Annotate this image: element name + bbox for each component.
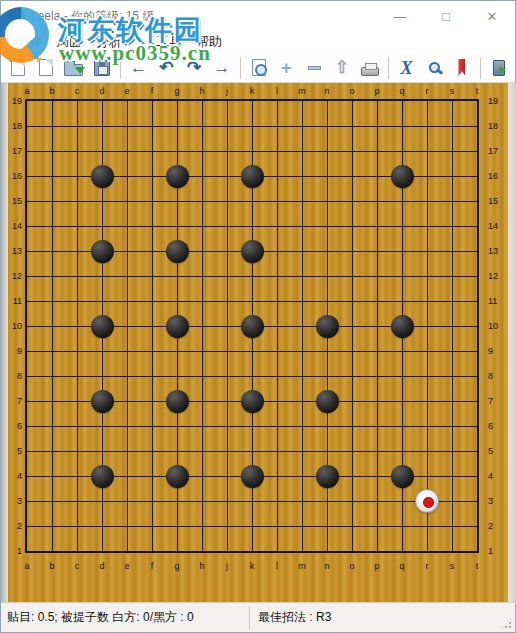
- coord-number-left: 18: [8, 121, 22, 131]
- grid-line-vertical: [377, 101, 378, 551]
- title-bar[interactable]: Leela - 你的等级: 15 级 — □ ✕: [1, 1, 515, 31]
- coord-letter-top: e: [119, 86, 135, 96]
- coord-number-left: 16: [8, 171, 22, 181]
- maximize-icon: □: [442, 9, 450, 24]
- save-sgf-icon: [94, 60, 110, 76]
- coord-number-left: 2: [8, 521, 22, 531]
- zoom-in-icon: +: [281, 59, 292, 77]
- coord-letter-bottom: l: [269, 561, 285, 571]
- toolbar-separator: [240, 57, 241, 79]
- zoom-out-icon: [308, 66, 321, 70]
- exit-icon: [493, 60, 505, 76]
- menu-item-help[interactable]: 帮助: [189, 31, 229, 53]
- window-controls: — □ ✕: [377, 1, 515, 31]
- coord-letter-bottom: p: [369, 561, 385, 571]
- print-button[interactable]: [358, 55, 381, 81]
- black-stone: [166, 165, 189, 188]
- black-stone: [316, 315, 339, 338]
- status-bar: 贴目: 0.5; 被提子数 白方: 0/黑方 : 0 最佳招法 : R3: [1, 602, 515, 632]
- coord-number-right: 19: [484, 96, 502, 106]
- black-stone: [166, 315, 189, 338]
- coord-number-right: 2: [484, 521, 502, 531]
- coord-number-left: 11: [8, 296, 22, 306]
- coord-number-right: 16: [484, 171, 502, 181]
- coord-letter-top: j: [219, 86, 235, 96]
- grid-line-horizontal: [27, 426, 477, 427]
- coord-letter-bottom: b: [44, 561, 60, 571]
- pass-button[interactable]: ⇧: [331, 55, 354, 81]
- coord-number-left: 10: [8, 321, 22, 331]
- black-stone: [91, 465, 114, 488]
- grid-line-horizontal: [27, 376, 477, 377]
- new-handicap-game-button[interactable]: [35, 55, 58, 81]
- coord-letter-bottom: c: [69, 561, 85, 571]
- black-stone: [91, 240, 114, 263]
- coord-number-right: 4: [484, 471, 502, 481]
- coord-letter-top: k: [244, 86, 260, 96]
- new-game-button[interactable]: [7, 55, 30, 81]
- coord-number-left: 9: [8, 346, 22, 356]
- minimize-icon: —: [394, 9, 407, 24]
- coord-letter-top: r: [419, 86, 435, 96]
- window-title: Leela - 你的等级: 15 级: [31, 8, 154, 25]
- coord-number-right: 3: [484, 496, 502, 506]
- coord-number-right: 17: [484, 146, 502, 156]
- menu-item-file[interactable]: 文件: [9, 31, 49, 53]
- toolbar-separator: [480, 57, 481, 79]
- grid-line-horizontal: [27, 351, 477, 352]
- black-stone: [391, 315, 414, 338]
- right-edge-strip: [508, 83, 516, 604]
- coord-letter-bottom: r: [419, 561, 435, 571]
- grid-line-horizontal: [27, 501, 477, 502]
- leela-app-icon: [9, 8, 25, 24]
- left-edge-strip: [1, 83, 8, 604]
- coord-number-left: 6: [8, 421, 22, 431]
- go-board-region: aabbccddeeffgghhjjkkllmmnnooppqqrrsstt19…: [1, 83, 516, 604]
- black-stone: [241, 315, 264, 338]
- coord-letter-bottom: h: [194, 561, 210, 571]
- minimize-button[interactable]: —: [377, 1, 423, 31]
- coord-number-right: 15: [484, 196, 502, 206]
- maximize-button[interactable]: □: [423, 1, 469, 31]
- coord-letter-bottom: d: [94, 561, 110, 571]
- coord-letter-bottom: k: [244, 561, 260, 571]
- grid-line-vertical: [352, 101, 353, 551]
- black-stone: [166, 390, 189, 413]
- black-stone: [391, 465, 414, 488]
- coord-number-left: 19: [8, 96, 22, 106]
- print-icon: [361, 67, 379, 76]
- coord-letter-bottom: j: [219, 561, 235, 571]
- coord-letter-top: a: [19, 86, 35, 96]
- undo-icon: ↶: [159, 59, 173, 76]
- coord-letter-bottom: n: [319, 561, 335, 571]
- resign-button[interactable]: X: [395, 55, 418, 81]
- coord-letter-top: s: [444, 86, 460, 96]
- coord-letter-top: t: [469, 86, 485, 96]
- coord-letter-top: f: [144, 86, 160, 96]
- black-stone: [166, 240, 189, 263]
- coord-number-left: 5: [8, 446, 22, 456]
- go-board[interactable]: aabbccddeeffgghhjjkkllmmnnooppqqrrsstt19…: [8, 83, 508, 604]
- coord-letter-top: q: [394, 86, 410, 96]
- black-stone: [91, 390, 114, 413]
- black-stone: [241, 465, 264, 488]
- coord-number-right: 6: [484, 421, 502, 431]
- black-stone: [241, 165, 264, 188]
- coord-letter-top: o: [344, 86, 360, 96]
- coord-letter-top: p: [369, 86, 385, 96]
- menu-bar: 文件局面分析工具帮助: [1, 31, 515, 53]
- back-to-start-icon: ←: [130, 59, 147, 76]
- open-sgf-icon: [64, 64, 83, 76]
- pass-icon: ⇧: [335, 59, 349, 76]
- coord-number-left: 1: [8, 546, 22, 556]
- coord-letter-top: b: [44, 86, 60, 96]
- zoom-out-button[interactable]: [303, 55, 326, 81]
- coord-number-right: 9: [484, 346, 502, 356]
- coord-letter-top: l: [269, 86, 285, 96]
- coord-number-left: 7: [8, 396, 22, 406]
- close-icon: ✕: [487, 9, 498, 24]
- coord-letter-top: m: [294, 86, 310, 96]
- black-stone: [91, 315, 114, 338]
- coord-number-left: 13: [8, 246, 22, 256]
- coord-number-left: 8: [8, 371, 22, 381]
- toolbar-separator: [388, 57, 389, 79]
- forward-to-end-button[interactable]: →: [210, 55, 233, 81]
- coord-number-left: 14: [8, 221, 22, 231]
- coord-number-right: 11: [484, 296, 502, 306]
- menu-item-position[interactable]: 局面: [49, 31, 89, 53]
- new-game-icon: [11, 59, 25, 76]
- grid-line-vertical: [277, 101, 278, 551]
- coord-number-left: 3: [8, 496, 22, 506]
- undo-button[interactable]: ↶: [155, 55, 178, 81]
- save-sgf-button[interactable]: [90, 55, 113, 81]
- redo-icon: ↷: [187, 59, 201, 76]
- coord-number-right: 1: [484, 546, 502, 556]
- coord-letter-bottom: a: [19, 561, 35, 571]
- settings-button[interactable]: [247, 55, 270, 81]
- status-best-move: 最佳招法 : R3: [250, 609, 515, 626]
- coord-letter-bottom: q: [394, 561, 410, 571]
- coord-number-right: 14: [484, 221, 502, 231]
- back-to-start-button[interactable]: ←: [127, 55, 150, 81]
- coord-number-right: 7: [484, 396, 502, 406]
- black-stone: [316, 465, 339, 488]
- forward-to-end-icon: →: [213, 59, 230, 76]
- suggested-move-marker[interactable]: [415, 489, 439, 513]
- new-handicap-game-icon: [39, 59, 53, 76]
- toolbar-separator: [120, 57, 121, 79]
- open-sgf-button[interactable]: [63, 55, 86, 81]
- grid-line-horizontal: [27, 451, 477, 452]
- coord-letter-bottom: t: [469, 561, 485, 571]
- black-stone: [166, 465, 189, 488]
- exit-button[interactable]: [487, 55, 510, 81]
- coord-letter-bottom: s: [444, 561, 460, 571]
- status-komi-captures: 贴目: 0.5; 被提子数 白方: 0/黑方 : 0: [1, 609, 249, 626]
- menu-item-tools[interactable]: 工具: [149, 31, 189, 53]
- resign-icon: X: [400, 59, 412, 77]
- coord-letter-bottom: o: [344, 561, 360, 571]
- grid-line-vertical: [427, 101, 428, 551]
- coord-number-left: 17: [8, 146, 22, 156]
- analyze-button[interactable]: [423, 55, 446, 81]
- coord-number-left: 4: [8, 471, 22, 481]
- coord-letter-bottom: e: [119, 561, 135, 571]
- coord-number-right: 18: [484, 121, 502, 131]
- coord-number-right: 12: [484, 271, 502, 281]
- settings-icon: [252, 59, 266, 76]
- coord-number-right: 5: [484, 446, 502, 456]
- coord-number-right: 10: [484, 321, 502, 331]
- coord-number-right: 8: [484, 371, 502, 381]
- black-stone: [241, 390, 264, 413]
- bookmark-icon: [458, 59, 465, 76]
- coord-letter-top: h: [194, 86, 210, 96]
- black-stone: [241, 240, 264, 263]
- grid-line-vertical: [302, 101, 303, 551]
- coord-number-left: 15: [8, 196, 22, 206]
- black-stone: [91, 165, 114, 188]
- coord-letter-bottom: f: [144, 561, 160, 571]
- analyze-icon: [429, 62, 440, 73]
- coord-letter-top: n: [319, 86, 335, 96]
- close-button[interactable]: ✕: [469, 1, 515, 31]
- coord-letter-top: d: [94, 86, 110, 96]
- coord-number-left: 12: [8, 271, 22, 281]
- grid-line-vertical: [452, 101, 453, 551]
- grid-line-horizontal: [27, 526, 477, 527]
- toolbar: ←↶↷→+⇧X: [1, 53, 515, 83]
- app-window: Leela - 你的等级: 15 级 — □ ✕ 文件局面分析工具帮助 ←↶↷→…: [0, 0, 516, 633]
- redo-button[interactable]: ↷: [183, 55, 206, 81]
- black-stone: [316, 390, 339, 413]
- coord-number-right: 13: [484, 246, 502, 256]
- bookmark-button[interactable]: [451, 55, 474, 81]
- coord-letter-top: g: [169, 86, 185, 96]
- coord-letter-bottom: g: [169, 561, 185, 571]
- zoom-in-button[interactable]: +: [275, 55, 298, 81]
- black-stone: [391, 165, 414, 188]
- menu-item-analysis[interactable]: 分析: [89, 31, 129, 53]
- coord-letter-bottom: m: [294, 561, 310, 571]
- coord-letter-top: c: [69, 86, 85, 96]
